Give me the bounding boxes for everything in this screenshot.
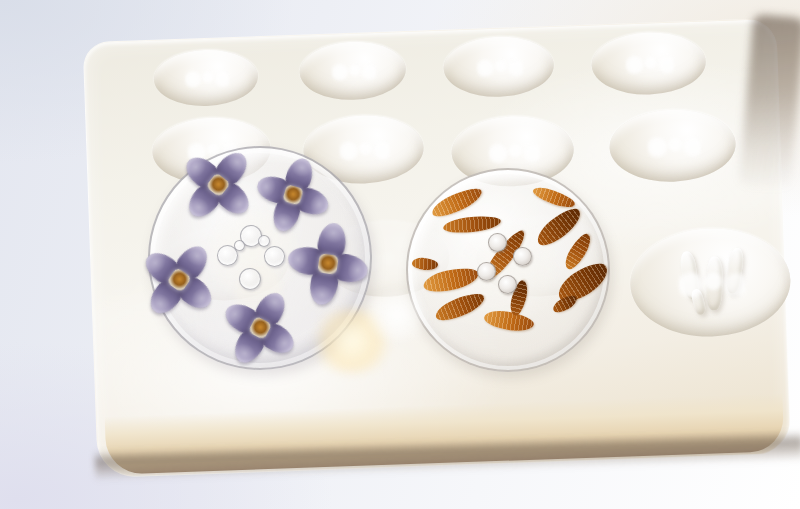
dried-petal-fragment — [551, 293, 580, 316]
button-thread-hole — [488, 233, 507, 252]
cavity-peg — [690, 288, 707, 316]
dried-petal-fragment — [442, 214, 501, 235]
resin-button-lilac — [148, 146, 372, 370]
button-thread-hole — [477, 262, 496, 281]
lilac-flower — [280, 216, 376, 312]
dried-petal-fragment — [411, 257, 438, 272]
mold-cavity — [443, 35, 555, 99]
mold-cavity — [629, 226, 793, 340]
button-thread-hole — [264, 246, 285, 267]
resin-button-dried-petals — [406, 168, 610, 372]
dried-petal-fragment — [433, 289, 488, 325]
mold-cavity — [299, 40, 407, 102]
photo — [0, 0, 800, 509]
button-thread-hole — [513, 247, 532, 266]
button-thread-hole — [239, 268, 261, 290]
dried-petal-fragment — [483, 308, 535, 334]
button-thread-hole — [234, 240, 245, 251]
flower-center — [317, 253, 339, 275]
mold-cavity-grid — [84, 19, 776, 43]
mold-cavity — [608, 108, 736, 184]
mold-cavity — [153, 48, 259, 108]
cavity-peg — [679, 250, 701, 300]
cavity-peg — [706, 256, 723, 310]
mold-cavity — [591, 31, 707, 97]
button-thread-hole — [498, 275, 517, 294]
cavity-peg — [725, 247, 745, 294]
button-thread-hole — [258, 235, 270, 247]
